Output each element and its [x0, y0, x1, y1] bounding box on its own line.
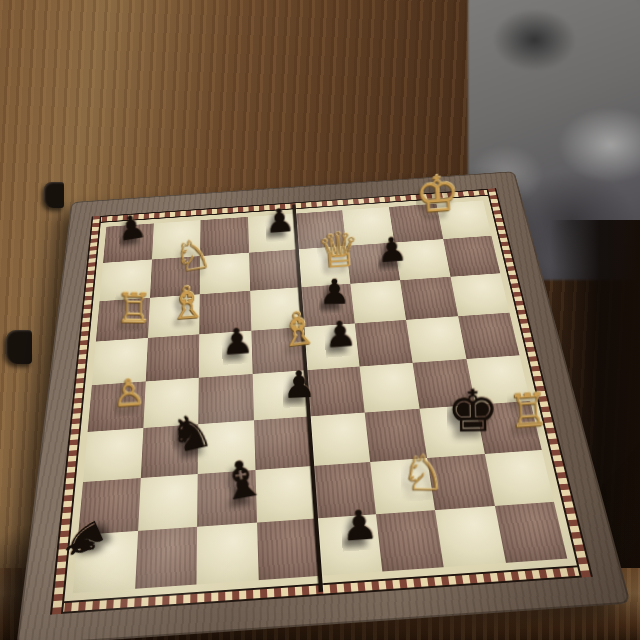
- square-f6[interactable]: [350, 280, 406, 324]
- square-g7[interactable]: [394, 239, 450, 280]
- square-a8[interactable]: [103, 223, 153, 262]
- squares-grid: [73, 200, 567, 593]
- square-b8[interactable]: [152, 220, 201, 259]
- square-g4[interactable]: [413, 359, 475, 408]
- square-e1[interactable]: [316, 514, 382, 575]
- square-c8[interactable]: [200, 217, 249, 256]
- square-c4[interactable]: [198, 374, 253, 424]
- square-h5[interactable]: [458, 313, 520, 359]
- square-f5[interactable]: [354, 320, 412, 366]
- square-e2[interactable]: [312, 462, 375, 519]
- square-e4[interactable]: [306, 367, 365, 417]
- square-h4[interactable]: [466, 355, 530, 404]
- square-d1[interactable]: [257, 519, 320, 581]
- square-g1[interactable]: [435, 506, 505, 567]
- square-g5[interactable]: [406, 316, 466, 362]
- square-g3[interactable]: [420, 405, 485, 458]
- square-g8[interactable]: [389, 204, 443, 243]
- square-c6[interactable]: [199, 290, 251, 334]
- square-f7[interactable]: [346, 242, 400, 283]
- square-c7[interactable]: [200, 253, 250, 294]
- square-d8[interactable]: [248, 214, 298, 253]
- square-e7[interactable]: [297, 246, 350, 287]
- square-d2[interactable]: [255, 466, 316, 523]
- square-a1[interactable]: [73, 531, 138, 593]
- square-h3[interactable]: [475, 401, 542, 454]
- square-d6[interactable]: [250, 287, 303, 331]
- square-e3[interactable]: [309, 412, 370, 465]
- square-b5[interactable]: [145, 334, 199, 381]
- board-margin: [64, 196, 577, 602]
- square-c2[interactable]: [197, 470, 256, 527]
- photo-scene: ♟♟♔♘♕♟♖♗♟♟♗♟♙♟♞♚♖♝♘♞♟: [0, 0, 640, 640]
- square-a5[interactable]: [92, 338, 148, 385]
- inlay-zone: [50, 188, 593, 614]
- square-e5[interactable]: [303, 324, 359, 371]
- square-f3[interactable]: [364, 409, 427, 462]
- square-h2[interactable]: [484, 450, 554, 507]
- square-d3[interactable]: [254, 416, 313, 469]
- square-d7[interactable]: [249, 249, 300, 290]
- square-b1[interactable]: [135, 527, 197, 589]
- square-f4[interactable]: [359, 363, 419, 413]
- square-b6[interactable]: [148, 294, 200, 338]
- square-h6[interactable]: [450, 273, 509, 316]
- square-f1[interactable]: [376, 510, 444, 571]
- square-h7[interactable]: [443, 236, 500, 277]
- square-d5[interactable]: [251, 327, 306, 374]
- square-c3[interactable]: [198, 420, 255, 473]
- square-a2[interactable]: [78, 478, 140, 536]
- square-a7[interactable]: [100, 259, 152, 301]
- square-h8[interactable]: [436, 200, 491, 239]
- hinge-latch-icon: [6, 330, 32, 364]
- square-e6[interactable]: [300, 283, 355, 327]
- square-a6[interactable]: [96, 297, 150, 341]
- square-a3[interactable]: [83, 428, 143, 482]
- square-b2[interactable]: [138, 474, 198, 532]
- square-b3[interactable]: [140, 424, 198, 478]
- square-b7[interactable]: [150, 256, 200, 298]
- square-d4[interactable]: [252, 370, 309, 420]
- square-g2[interactable]: [427, 454, 494, 511]
- square-a4[interactable]: [88, 381, 146, 431]
- square-f2[interactable]: [370, 458, 435, 515]
- square-e8[interactable]: [295, 210, 346, 249]
- square-f8[interactable]: [342, 207, 394, 246]
- hinge-latch-icon: [44, 182, 64, 208]
- square-g6[interactable]: [400, 276, 458, 320]
- square-c5[interactable]: [199, 331, 252, 378]
- square-h1[interactable]: [494, 502, 567, 563]
- square-c1[interactable]: [196, 523, 258, 585]
- square-b4[interactable]: [143, 378, 199, 428]
